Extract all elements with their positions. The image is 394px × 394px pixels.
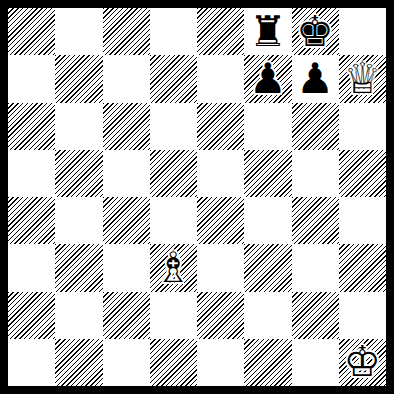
square-h5[interactable] bbox=[339, 150, 386, 197]
square-a7[interactable] bbox=[8, 55, 55, 102]
square-b3[interactable] bbox=[55, 244, 102, 291]
square-a8[interactable] bbox=[8, 8, 55, 55]
square-h3[interactable] bbox=[339, 244, 386, 291]
square-c8[interactable] bbox=[103, 8, 150, 55]
square-b5[interactable] bbox=[55, 150, 102, 197]
square-d1[interactable] bbox=[150, 339, 197, 386]
square-c3[interactable] bbox=[103, 244, 150, 291]
square-d3[interactable]: ♗ bbox=[150, 244, 197, 291]
square-e8[interactable] bbox=[197, 8, 244, 55]
square-g8[interactable]: ♚ bbox=[292, 8, 339, 55]
square-b2[interactable] bbox=[55, 292, 102, 339]
black-rook[interactable]: ♜ bbox=[249, 11, 287, 53]
square-d5[interactable] bbox=[150, 150, 197, 197]
black-pawn[interactable]: ♟ bbox=[296, 58, 334, 100]
square-g6[interactable] bbox=[292, 103, 339, 150]
square-a6[interactable] bbox=[8, 103, 55, 150]
square-e6[interactable] bbox=[197, 103, 244, 150]
square-f6[interactable] bbox=[244, 103, 291, 150]
white-queen[interactable]: ♕ bbox=[344, 58, 382, 100]
square-g3[interactable] bbox=[292, 244, 339, 291]
square-e3[interactable] bbox=[197, 244, 244, 291]
square-c6[interactable] bbox=[103, 103, 150, 150]
square-c5[interactable] bbox=[103, 150, 150, 197]
square-g5[interactable] bbox=[292, 150, 339, 197]
square-h8[interactable] bbox=[339, 8, 386, 55]
square-g7[interactable]: ♟ bbox=[292, 55, 339, 102]
square-a5[interactable] bbox=[8, 150, 55, 197]
white-bishop[interactable]: ♗ bbox=[155, 247, 193, 289]
square-a3[interactable] bbox=[8, 244, 55, 291]
black-pawn[interactable]: ♟ bbox=[249, 58, 287, 100]
square-c1[interactable] bbox=[103, 339, 150, 386]
square-g1[interactable] bbox=[292, 339, 339, 386]
square-h6[interactable] bbox=[339, 103, 386, 150]
square-f1[interactable] bbox=[244, 339, 291, 386]
square-c4[interactable] bbox=[103, 197, 150, 244]
square-d8[interactable] bbox=[150, 8, 197, 55]
square-g2[interactable] bbox=[292, 292, 339, 339]
square-a2[interactable] bbox=[8, 292, 55, 339]
square-d2[interactable] bbox=[150, 292, 197, 339]
square-f4[interactable] bbox=[244, 197, 291, 244]
square-e7[interactable] bbox=[197, 55, 244, 102]
square-a4[interactable] bbox=[8, 197, 55, 244]
square-f3[interactable] bbox=[244, 244, 291, 291]
chess-board: ♜♚♟♟♕♗♔ bbox=[8, 8, 386, 386]
square-c7[interactable] bbox=[103, 55, 150, 102]
square-e5[interactable] bbox=[197, 150, 244, 197]
square-b4[interactable] bbox=[55, 197, 102, 244]
square-h2[interactable] bbox=[339, 292, 386, 339]
square-f8[interactable]: ♜ bbox=[244, 8, 291, 55]
square-e1[interactable] bbox=[197, 339, 244, 386]
square-c2[interactable] bbox=[103, 292, 150, 339]
square-h7[interactable]: ♕ bbox=[339, 55, 386, 102]
square-b6[interactable] bbox=[55, 103, 102, 150]
square-d6[interactable] bbox=[150, 103, 197, 150]
square-h1[interactable]: ♔ bbox=[339, 339, 386, 386]
square-d4[interactable] bbox=[150, 197, 197, 244]
white-king[interactable]: ♔ bbox=[344, 341, 382, 383]
black-king[interactable]: ♚ bbox=[296, 11, 334, 53]
chess-board-frame: ♜♚♟♟♕♗♔ bbox=[0, 0, 394, 394]
square-d7[interactable] bbox=[150, 55, 197, 102]
square-f2[interactable] bbox=[244, 292, 291, 339]
square-b8[interactable] bbox=[55, 8, 102, 55]
square-e4[interactable] bbox=[197, 197, 244, 244]
square-g4[interactable] bbox=[292, 197, 339, 244]
square-f7[interactable]: ♟ bbox=[244, 55, 291, 102]
square-e2[interactable] bbox=[197, 292, 244, 339]
square-b7[interactable] bbox=[55, 55, 102, 102]
square-h4[interactable] bbox=[339, 197, 386, 244]
square-f5[interactable] bbox=[244, 150, 291, 197]
square-a1[interactable] bbox=[8, 339, 55, 386]
square-b1[interactable] bbox=[55, 339, 102, 386]
